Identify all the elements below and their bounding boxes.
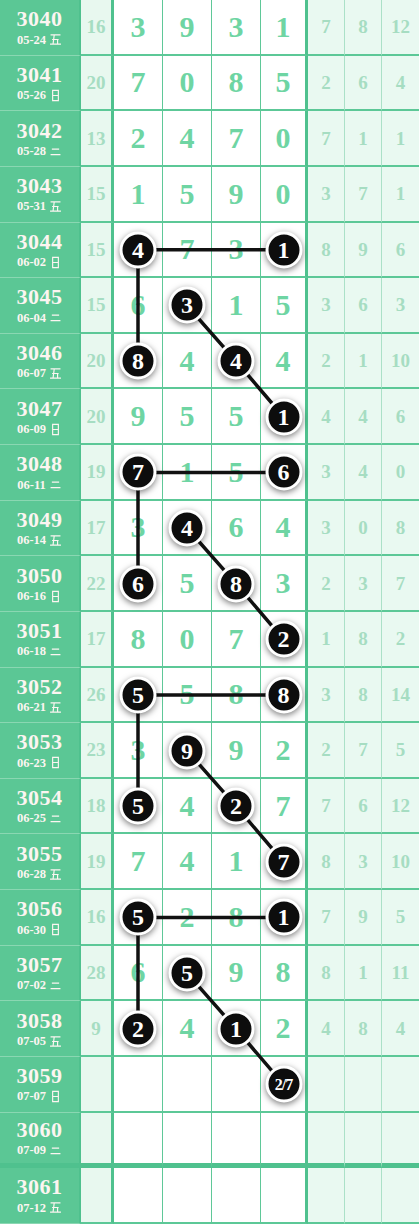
draw-date: 05-31 <box>17 200 62 213</box>
digit-cell: 5 <box>261 278 308 334</box>
tail-cell: 4 <box>382 1001 419 1057</box>
tail-cell: 0 <box>382 445 419 501</box>
draw-row-3048: 304806-111915340 <box>0 445 419 501</box>
digit-cell <box>261 668 308 724</box>
tail-cell <box>382 1168 419 1224</box>
sum-cell: 22 <box>81 556 114 612</box>
digit-cell: 6 <box>114 278 163 334</box>
draw-row-3045: 304506-0415615363 <box>0 278 419 334</box>
digit-cell <box>212 1113 261 1169</box>
sum-cell <box>81 1168 114 1224</box>
weekday-glyph-五 <box>49 534 62 547</box>
issue-label: 305606-30 <box>0 890 81 946</box>
digit-cell: 8 <box>212 56 261 112</box>
tail-cell: 6 <box>345 779 382 835</box>
sum-cell: 15 <box>81 223 114 279</box>
tail-cell: 2 <box>308 723 345 779</box>
tail-cell: 1 <box>382 167 419 223</box>
issue-number: 3056 <box>17 898 63 920</box>
tail-cell: 3 <box>308 501 345 557</box>
digit-cell: 1 <box>212 834 261 890</box>
draw-row-3060: 306007-09 <box>0 1113 419 1169</box>
tail-cell: 2 <box>308 56 345 112</box>
issue-number: 3040 <box>17 8 63 30</box>
tail-cell <box>345 1057 382 1113</box>
issue-label: 304506-04 <box>0 278 81 334</box>
digit-cell <box>114 1001 163 1057</box>
weekday-glyph-日 <box>49 923 62 936</box>
tail-cell: 1 <box>308 612 345 668</box>
digit-cell: 5 <box>212 389 261 445</box>
digit-cell: 7 <box>212 612 261 668</box>
digit-cell: 9 <box>212 167 261 223</box>
tail-cell: 2 <box>308 334 345 390</box>
digit-cell <box>114 334 163 390</box>
digit-cell: 7 <box>114 56 163 112</box>
tail-cell: 14 <box>382 668 419 724</box>
weekday-glyph-二 <box>49 478 62 491</box>
issue-label: 305807-05 <box>0 1001 81 1057</box>
sum-cell <box>81 1057 114 1113</box>
issue-number: 3061 <box>17 1176 63 1198</box>
digit-cell: 2 <box>261 723 308 779</box>
digit-cell: 3 <box>114 723 163 779</box>
draw-row-3044: 304406-021573896 <box>0 223 419 279</box>
digit-cell <box>114 779 163 835</box>
draw-rows: 304005-241639317812304105-26207085264304… <box>0 0 419 1224</box>
digit-cell: 3 <box>212 223 261 279</box>
tail-cell <box>308 1168 345 1224</box>
digit-cell <box>114 1057 163 1113</box>
issue-label: 305006-16 <box>0 556 81 612</box>
issue-label: 305506-28 <box>0 834 81 890</box>
sum-cell: 18 <box>81 779 114 835</box>
tail-cell: 12 <box>382 779 419 835</box>
tail-cell: 7 <box>382 556 419 612</box>
issue-number: 3047 <box>17 398 63 420</box>
draw-date: 06-11 <box>17 478 61 491</box>
tail-cell: 12 <box>382 0 419 56</box>
tail-cell <box>345 1113 382 1169</box>
issue-number: 3059 <box>17 1065 63 1087</box>
tail-cell: 4 <box>345 389 382 445</box>
issue-label: 305106-18 <box>0 612 81 668</box>
digit-cell: 9 <box>212 723 261 779</box>
digit-cell: 8 <box>212 668 261 724</box>
digit-cell <box>163 723 212 779</box>
issue-label: 304806-11 <box>0 445 81 501</box>
draw-date: 06-14 <box>17 534 62 547</box>
issue-number: 3058 <box>17 1010 63 1032</box>
tail-cell: 8 <box>345 1001 382 1057</box>
draw-date: 05-24 <box>17 33 62 46</box>
weekday-glyph-日 <box>49 89 62 102</box>
sum-cell: 16 <box>81 890 114 946</box>
tail-cell: 1 <box>345 946 382 1002</box>
tail-cell: 1 <box>382 111 419 167</box>
tail-cell: 10 <box>382 334 419 390</box>
tail-cell: 3 <box>308 445 345 501</box>
draw-row-3053: 305306-2323392275 <box>0 723 419 779</box>
digit-cell: 5 <box>261 56 308 112</box>
tail-cell: 4 <box>345 445 382 501</box>
digit-cell <box>114 556 163 612</box>
digit-cell: 2 <box>261 1001 308 1057</box>
tail-cell: 6 <box>382 223 419 279</box>
tail-cell: 9 <box>345 890 382 946</box>
digit-cell: 4 <box>163 111 212 167</box>
draw-row-3061: 306107-12 <box>0 1168 419 1224</box>
tail-cell <box>345 1168 382 1224</box>
digit-cell <box>114 1113 163 1169</box>
sum-cell: 13 <box>81 111 114 167</box>
issue-label: 304706-09 <box>0 389 81 445</box>
tail-cell: 3 <box>308 278 345 334</box>
digit-cell: 3 <box>261 556 308 612</box>
tail-cell: 8 <box>308 834 345 890</box>
digit-cell <box>163 278 212 334</box>
tail-cell: 7 <box>345 167 382 223</box>
sum-cell: 9 <box>81 1001 114 1057</box>
draw-row-3040: 304005-241639317812 <box>0 0 419 56</box>
digit-cell: 8 <box>212 890 261 946</box>
issue-label: 304005-24 <box>0 0 81 56</box>
tail-cell: 7 <box>345 723 382 779</box>
tail-cell: 8 <box>345 612 382 668</box>
issue-number: 3051 <box>17 620 63 642</box>
digit-cell: 1 <box>163 445 212 501</box>
sum-cell: 19 <box>81 834 114 890</box>
digit-cell: 5 <box>212 445 261 501</box>
issue-number: 3048 <box>17 453 63 475</box>
digit-cell <box>261 890 308 946</box>
digit-cell <box>212 334 261 390</box>
weekday-glyph-二 <box>49 145 62 158</box>
issue-label: 304406-02 <box>0 223 81 279</box>
issue-number: 3043 <box>17 175 63 197</box>
digit-cell <box>163 1057 212 1113</box>
digit-cell: 0 <box>261 167 308 223</box>
tail-cell: 1 <box>345 334 382 390</box>
tail-cell: 3 <box>345 834 382 890</box>
issue-number: 3060 <box>17 1119 63 1141</box>
digit-cell <box>212 1168 261 1224</box>
draw-row-3046: 304606-0720442110 <box>0 334 419 390</box>
draw-date: 07-02 <box>17 979 62 992</box>
tail-cell: 4 <box>382 56 419 112</box>
digit-cell: 6 <box>114 946 163 1002</box>
weekday-glyph-日 <box>49 756 62 769</box>
weekday-glyph-五 <box>49 868 62 881</box>
digit-cell: 0 <box>261 111 308 167</box>
tail-cell: 6 <box>345 56 382 112</box>
digit-cell <box>114 1168 163 1224</box>
issue-number: 3055 <box>17 843 63 865</box>
digit-cell: 1 <box>114 167 163 223</box>
weekday-glyph-日 <box>49 423 62 436</box>
sum-cell: 17 <box>81 501 114 557</box>
digit-cell: 5 <box>163 389 212 445</box>
tail-cell: 8 <box>382 501 419 557</box>
digit-cell <box>261 612 308 668</box>
draw-row-3059: 305907-07 <box>0 1057 419 1113</box>
digit-cell: 1 <box>212 278 261 334</box>
digit-cell <box>261 389 308 445</box>
digit-cell <box>114 890 163 946</box>
digit-cell: 9 <box>163 0 212 56</box>
sum-cell: 23 <box>81 723 114 779</box>
sum-cell: 20 <box>81 56 114 112</box>
digit-cell <box>163 1113 212 1169</box>
sum-cell: 28 <box>81 946 114 1002</box>
draw-date: 06-07 <box>17 367 62 380</box>
draw-row-3049: 304906-1417364308 <box>0 501 419 557</box>
tail-cell: 5 <box>382 890 419 946</box>
issue-label: 306107-12 <box>0 1168 81 1224</box>
digit-cell <box>261 834 308 890</box>
draw-date: 06-28 <box>17 868 62 881</box>
digit-cell <box>261 1113 308 1169</box>
issue-label: 305907-07 <box>0 1057 81 1113</box>
sum-cell: 16 <box>81 0 114 56</box>
digit-cell: 0 <box>163 612 212 668</box>
digit-cell: 1 <box>261 0 308 56</box>
draw-date: 06-02 <box>17 256 62 269</box>
sum-cell: 15 <box>81 167 114 223</box>
sum-cell: 15 <box>81 278 114 334</box>
digit-cell: 3 <box>114 0 163 56</box>
digit-cell: 2 <box>114 111 163 167</box>
digit-cell: 0 <box>163 56 212 112</box>
tail-cell: 7 <box>308 890 345 946</box>
weekday-glyph-二 <box>49 979 62 992</box>
issue-label: 305306-23 <box>0 723 81 779</box>
digit-cell: 9 <box>212 946 261 1002</box>
digit-cell <box>212 556 261 612</box>
issue-number: 3049 <box>17 509 63 531</box>
digit-cell: 4 <box>261 501 308 557</box>
draw-date: 07-12 <box>17 1201 62 1214</box>
tail-cell <box>308 1113 345 1169</box>
weekday-glyph-日 <box>49 256 62 269</box>
tail-cell <box>308 1057 345 1113</box>
issue-number: 3053 <box>17 731 63 753</box>
draw-date: 07-09 <box>17 1144 62 1157</box>
issue-number: 3042 <box>17 120 63 142</box>
issue-number: 3046 <box>17 342 63 364</box>
tail-cell: 4 <box>308 1001 345 1057</box>
tail-cell: 8 <box>308 223 345 279</box>
sum-cell: 26 <box>81 668 114 724</box>
draw-row-3058: 305807-05942484 <box>0 1001 419 1057</box>
digit-cell: 7 <box>163 223 212 279</box>
issue-number: 3057 <box>17 954 63 976</box>
issue-number: 3050 <box>17 565 63 587</box>
digit-cell: 4 <box>163 779 212 835</box>
weekday-glyph-日 <box>49 590 62 603</box>
digit-cell: 9 <box>114 389 163 445</box>
digit-cell: 7 <box>261 779 308 835</box>
digit-cell: 3 <box>114 501 163 557</box>
digit-cell <box>212 779 261 835</box>
sum-cell: 20 <box>81 334 114 390</box>
tail-cell: 3 <box>382 278 419 334</box>
issue-label: 304205-28 <box>0 111 81 167</box>
draw-row-3052: 305206-2126583814 <box>0 668 419 724</box>
draw-row-3054: 305406-2518477612 <box>0 779 419 835</box>
weekday-glyph-五 <box>49 33 62 46</box>
draw-date: 06-16 <box>17 590 62 603</box>
digit-cell: 2 <box>163 890 212 946</box>
digit-cell: 4 <box>163 834 212 890</box>
digit-cell: 5 <box>163 668 212 724</box>
sum-cell <box>81 1113 114 1169</box>
draw-row-3042: 304205-28132470711 <box>0 111 419 167</box>
digit-cell <box>261 445 308 501</box>
draw-date: 06-21 <box>17 701 62 714</box>
draw-date: 06-25 <box>17 812 62 825</box>
digit-cell: 7 <box>212 111 261 167</box>
draw-row-3056: 305606-301628795 <box>0 890 419 946</box>
draw-date: 06-09 <box>17 423 62 436</box>
draw-date: 06-04 <box>17 311 62 324</box>
tail-cell: 6 <box>382 389 419 445</box>
draw-date: 05-28 <box>17 145 62 158</box>
digit-cell: 3 <box>212 0 261 56</box>
tail-cell: 8 <box>345 668 382 724</box>
tail-cell: 8 <box>345 0 382 56</box>
digit-cell: 6 <box>212 501 261 557</box>
draw-row-3041: 304105-26207085264 <box>0 56 419 112</box>
issue-label: 305206-21 <box>0 668 81 724</box>
draw-row-3047: 304706-0920955446 <box>0 389 419 445</box>
digit-cell <box>114 223 163 279</box>
weekday-glyph-日 <box>49 1090 62 1103</box>
issue-label: 306007-09 <box>0 1113 81 1169</box>
issue-label: 304906-14 <box>0 501 81 557</box>
issue-number: 3044 <box>17 231 63 253</box>
draw-row-3055: 305506-28197418310 <box>0 834 419 890</box>
digit-cell: 5 <box>163 167 212 223</box>
digit-cell: 4 <box>261 334 308 390</box>
tail-cell: 7 <box>308 779 345 835</box>
tail-cell: 1 <box>345 111 382 167</box>
issue-number: 3054 <box>17 787 63 809</box>
digit-cell <box>163 501 212 557</box>
digit-cell <box>261 223 308 279</box>
tail-cell <box>382 1057 419 1113</box>
issue-label: 305707-02 <box>0 946 81 1002</box>
digit-cell: 4 <box>163 1001 212 1057</box>
tail-cell: 10 <box>382 834 419 890</box>
digit-cell <box>114 668 163 724</box>
tail-cell: 6 <box>345 278 382 334</box>
tail-cell: 2 <box>382 612 419 668</box>
tail-cell: 3 <box>308 167 345 223</box>
draw-row-3057: 305707-02286988111 <box>0 946 419 1002</box>
tail-cell: 8 <box>308 946 345 1002</box>
draw-date: 07-07 <box>17 1090 62 1103</box>
issue-label: 304105-26 <box>0 56 81 112</box>
issue-label: 305406-25 <box>0 779 81 835</box>
tail-cell: 2 <box>308 556 345 612</box>
tail-cell: 3 <box>308 668 345 724</box>
draw-date: 06-18 <box>17 645 62 658</box>
lottery-trend-chart: 304005-241639317812304105-26207085264304… <box>0 0 419 1224</box>
tail-cell: 0 <box>345 501 382 557</box>
digit-cell <box>163 946 212 1002</box>
tail-cell: 4 <box>308 389 345 445</box>
digit-cell: 7 <box>114 834 163 890</box>
weekday-glyph-五 <box>49 200 62 213</box>
tail-cell <box>382 1113 419 1169</box>
digit-cell <box>261 1057 308 1113</box>
tail-cell: 11 <box>382 946 419 1002</box>
digit-cell: 8 <box>261 946 308 1002</box>
draw-date: 07-05 <box>17 1035 62 1048</box>
digit-cell <box>261 1168 308 1224</box>
draw-date: 06-23 <box>17 756 62 769</box>
digit-cell: 8 <box>114 612 163 668</box>
weekday-glyph-五 <box>49 1201 62 1214</box>
digit-cell <box>212 1057 261 1113</box>
digit-cell: 4 <box>163 334 212 390</box>
digit-cell <box>114 445 163 501</box>
issue-label: 304305-31 <box>0 167 81 223</box>
draw-date: 05-26 <box>17 89 62 102</box>
issue-number: 3041 <box>17 64 63 86</box>
weekday-glyph-五 <box>49 701 62 714</box>
weekday-glyph-五 <box>49 367 62 380</box>
digit-cell <box>212 1001 261 1057</box>
sum-cell: 17 <box>81 612 114 668</box>
tail-cell: 3 <box>345 556 382 612</box>
tail-cell: 9 <box>345 223 382 279</box>
draw-row-3043: 304305-31151590371 <box>0 167 419 223</box>
weekday-glyph-五 <box>49 1035 62 1048</box>
digit-cell: 5 <box>163 556 212 612</box>
issue-number: 3045 <box>17 286 63 308</box>
draw-date: 06-30 <box>17 923 62 936</box>
weekday-glyph-二 <box>49 311 62 324</box>
draw-row-3050: 305006-162253237 <box>0 556 419 612</box>
draw-row-3051: 305106-1817807182 <box>0 612 419 668</box>
issue-number: 3052 <box>17 676 63 698</box>
tail-cell: 7 <box>308 0 345 56</box>
weekday-glyph-二 <box>49 645 62 658</box>
sum-cell: 20 <box>81 389 114 445</box>
digit-cell <box>163 1168 212 1224</box>
sum-cell: 19 <box>81 445 114 501</box>
weekday-glyph-二 <box>49 812 62 825</box>
tail-cell: 5 <box>382 723 419 779</box>
weekday-glyph-二 <box>49 1144 62 1157</box>
issue-label: 304606-07 <box>0 334 81 390</box>
tail-cell: 7 <box>308 111 345 167</box>
